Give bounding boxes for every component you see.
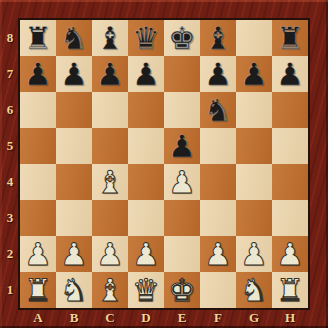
square-f7[interactable]: ♟ <box>200 56 236 92</box>
white-pawn-e4[interactable]: ♟ <box>168 164 196 200</box>
file-label-a: A <box>20 308 56 328</box>
square-d3[interactable] <box>128 200 164 236</box>
square-d1[interactable]: ♛ <box>128 272 164 308</box>
file-labels: ABCDEFGH <box>20 308 308 328</box>
file-label-h: H <box>272 308 308 328</box>
rank-label-8: 8 <box>0 20 20 56</box>
square-g3[interactable] <box>236 200 272 236</box>
white-rook-h1[interactable]: ♜ <box>276 272 304 308</box>
square-g5[interactable] <box>236 128 272 164</box>
square-f2[interactable]: ♟ <box>200 236 236 272</box>
square-e4[interactable]: ♟ <box>164 164 200 200</box>
file-label-f: F <box>200 308 236 328</box>
file-label-d: D <box>128 308 164 328</box>
square-d5[interactable] <box>128 128 164 164</box>
square-f8[interactable]: ♝ <box>200 20 236 56</box>
file-label-b: B <box>56 308 92 328</box>
black-rook-a8[interactable]: ♜ <box>24 20 52 56</box>
white-pawn-a2[interactable]: ♟ <box>24 236 52 272</box>
square-h4[interactable] <box>272 164 308 200</box>
square-c3[interactable] <box>92 200 128 236</box>
square-h8[interactable]: ♜ <box>272 20 308 56</box>
white-pawn-g2[interactable]: ♟ <box>240 236 268 272</box>
square-f1[interactable] <box>200 272 236 308</box>
file-label-e: E <box>164 308 200 328</box>
square-e8[interactable]: ♚ <box>164 20 200 56</box>
file-label-c: C <box>92 308 128 328</box>
white-pawn-d2[interactable]: ♟ <box>132 236 160 272</box>
white-rook-a1[interactable]: ♜ <box>24 272 52 308</box>
square-a8[interactable]: ♜ <box>20 20 56 56</box>
rank-labels: 87654321 <box>0 20 20 308</box>
square-e3[interactable] <box>164 200 200 236</box>
square-a2[interactable]: ♟ <box>20 236 56 272</box>
black-king-e8[interactable]: ♚ <box>168 20 196 56</box>
square-e6[interactable] <box>164 92 200 128</box>
white-pawn-c2[interactable]: ♟ <box>96 236 124 272</box>
square-f4[interactable] <box>200 164 236 200</box>
black-queen-d8[interactable]: ♛ <box>132 20 160 56</box>
rank-label-2: 2 <box>0 236 20 272</box>
square-g2[interactable]: ♟ <box>236 236 272 272</box>
square-h6[interactable] <box>272 92 308 128</box>
square-h1[interactable]: ♜ <box>272 272 308 308</box>
square-g8[interactable] <box>236 20 272 56</box>
square-b6[interactable] <box>56 92 92 128</box>
square-a1[interactable]: ♜ <box>20 272 56 308</box>
square-a4[interactable] <box>20 164 56 200</box>
black-knight-b8[interactable]: ♞ <box>60 20 88 56</box>
black-pawn-a7[interactable]: ♟ <box>24 56 52 92</box>
square-c8[interactable]: ♝ <box>92 20 128 56</box>
square-a3[interactable] <box>20 200 56 236</box>
black-pawn-e5[interactable]: ♟ <box>168 128 196 164</box>
square-g1[interactable]: ♞ <box>236 272 272 308</box>
white-bishop-c4[interactable]: ♝ <box>96 164 124 200</box>
square-a5[interactable] <box>20 128 56 164</box>
white-king-e1[interactable]: ♚ <box>168 272 196 308</box>
black-pawn-g7[interactable]: ♟ <box>240 56 268 92</box>
white-queen-d1[interactable]: ♛ <box>132 272 160 308</box>
square-f6[interactable]: ♞ <box>200 92 236 128</box>
square-d2[interactable]: ♟ <box>128 236 164 272</box>
square-b3[interactable] <box>56 200 92 236</box>
square-g7[interactable]: ♟ <box>236 56 272 92</box>
rank-label-4: 4 <box>0 164 20 200</box>
black-pawn-b7[interactable]: ♟ <box>60 56 88 92</box>
black-pawn-f7[interactable]: ♟ <box>204 56 232 92</box>
square-b1[interactable]: ♞ <box>56 272 92 308</box>
square-c5[interactable] <box>92 128 128 164</box>
square-e2[interactable] <box>164 236 200 272</box>
white-knight-g1[interactable]: ♞ <box>240 272 268 308</box>
square-h7[interactable]: ♟ <box>272 56 308 92</box>
rank-label-7: 7 <box>0 56 20 92</box>
square-d6[interactable] <box>128 92 164 128</box>
board-frame: 87654321 ABCDEFGH ♜♞♝♛♚♝♜♟♟♟♟♟♟♟♞♟♝♟♟♟♟♟… <box>0 0 328 328</box>
file-label-g: G <box>236 308 272 328</box>
square-b2[interactable]: ♟ <box>56 236 92 272</box>
square-c1[interactable]: ♝ <box>92 272 128 308</box>
rank-label-3: 3 <box>0 200 20 236</box>
black-rook-h8[interactable]: ♜ <box>276 20 304 56</box>
black-knight-f6[interactable]: ♞ <box>204 92 232 128</box>
square-c6[interactable] <box>92 92 128 128</box>
square-d8[interactable]: ♛ <box>128 20 164 56</box>
white-pawn-h2[interactable]: ♟ <box>276 236 304 272</box>
white-bishop-c1[interactable]: ♝ <box>96 272 124 308</box>
black-bishop-f8[interactable]: ♝ <box>204 20 232 56</box>
square-e7[interactable] <box>164 56 200 92</box>
white-pawn-f2[interactable]: ♟ <box>204 236 232 272</box>
square-h3[interactable] <box>272 200 308 236</box>
square-a7[interactable]: ♟ <box>20 56 56 92</box>
square-h2[interactable]: ♟ <box>272 236 308 272</box>
square-b8[interactable]: ♞ <box>56 20 92 56</box>
black-bishop-c8[interactable]: ♝ <box>96 20 124 56</box>
white-pawn-b2[interactable]: ♟ <box>60 236 88 272</box>
square-e1[interactable]: ♚ <box>164 272 200 308</box>
square-b4[interactable] <box>56 164 92 200</box>
square-c4[interactable]: ♝ <box>92 164 128 200</box>
rank-label-1: 1 <box>0 272 20 308</box>
square-f5[interactable] <box>200 128 236 164</box>
square-b5[interactable] <box>56 128 92 164</box>
white-knight-b1[interactable]: ♞ <box>60 272 88 308</box>
square-g4[interactable] <box>236 164 272 200</box>
square-h5[interactable] <box>272 128 308 164</box>
square-g6[interactable] <box>236 92 272 128</box>
rank-label-5: 5 <box>0 128 20 164</box>
square-d4[interactable] <box>128 164 164 200</box>
square-d7[interactable]: ♟ <box>128 56 164 92</box>
chess-board: ♜♞♝♛♚♝♜♟♟♟♟♟♟♟♞♟♝♟♟♟♟♟♟♟♟♜♞♝♛♚♞♜ <box>20 20 308 308</box>
square-c7[interactable]: ♟ <box>92 56 128 92</box>
square-a6[interactable] <box>20 92 56 128</box>
black-pawn-c7[interactable]: ♟ <box>96 56 124 92</box>
black-pawn-h7[interactable]: ♟ <box>276 56 304 92</box>
square-f3[interactable] <box>200 200 236 236</box>
black-pawn-d7[interactable]: ♟ <box>132 56 160 92</box>
square-e5[interactable]: ♟ <box>164 128 200 164</box>
rank-label-6: 6 <box>0 92 20 128</box>
square-c2[interactable]: ♟ <box>92 236 128 272</box>
square-b7[interactable]: ♟ <box>56 56 92 92</box>
